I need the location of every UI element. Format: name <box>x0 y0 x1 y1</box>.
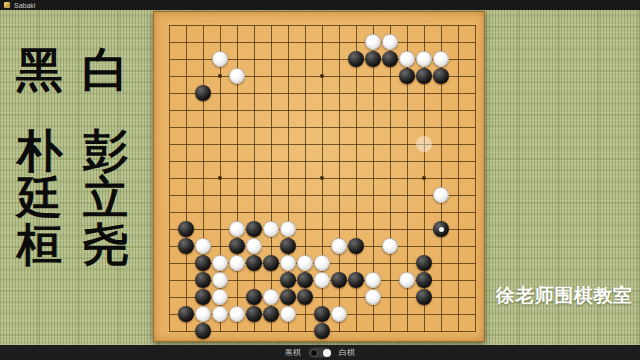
black-stone[interactable] <box>280 289 296 305</box>
black-stone[interactable] <box>246 289 262 305</box>
white-name-char-3: 尧 <box>83 221 128 268</box>
black-stone[interactable] <box>178 221 194 237</box>
black-stone[interactable] <box>416 68 432 84</box>
black-stone[interactable] <box>433 68 449 84</box>
star-point <box>320 74 324 78</box>
star-point <box>320 176 324 180</box>
white-stone[interactable] <box>229 221 245 237</box>
white-stone[interactable] <box>365 272 381 288</box>
black-stone[interactable] <box>229 238 245 254</box>
black-stone[interactable] <box>297 272 313 288</box>
white-stone[interactable] <box>229 255 245 271</box>
black-stone[interactable] <box>297 289 313 305</box>
black-stone[interactable] <box>348 272 364 288</box>
white-stone[interactable] <box>399 51 415 67</box>
black-stone[interactable] <box>348 51 364 67</box>
black-stone[interactable] <box>314 306 330 322</box>
black-stone[interactable] <box>246 306 262 322</box>
white-label: 白 <box>82 46 129 93</box>
white-stone[interactable] <box>212 289 228 305</box>
black-stone[interactable] <box>195 289 211 305</box>
black-stone[interactable] <box>416 272 432 288</box>
white-stone[interactable] <box>365 289 381 305</box>
white-stone[interactable] <box>246 238 262 254</box>
black-stone[interactable] <box>348 238 364 254</box>
white-stone[interactable] <box>212 51 228 67</box>
white-stone[interactable] <box>331 306 347 322</box>
stone-layer[interactable] <box>161 17 484 340</box>
white-name-char-2: 立 <box>83 174 128 221</box>
white-stone[interactable] <box>297 255 313 271</box>
black-stone[interactable] <box>331 272 347 288</box>
black-stone[interactable] <box>195 85 211 101</box>
white-stone[interactable] <box>212 255 228 271</box>
window-title: Sabaki <box>14 2 35 9</box>
white-stone[interactable] <box>280 255 296 271</box>
white-stone[interactable] <box>195 306 211 322</box>
white-name-char-1: 彭 <box>83 127 128 174</box>
black-stone[interactable] <box>195 323 211 339</box>
white-stone[interactable] <box>365 34 381 50</box>
black-player-bar-label: 黑棋 <box>285 349 301 357</box>
white-stone[interactable] <box>433 51 449 67</box>
black-stone[interactable] <box>246 255 262 271</box>
black-player-column: 黑 朴 廷 桓 <box>16 46 63 268</box>
black-stone[interactable] <box>416 255 432 271</box>
white-stone[interactable] <box>382 238 398 254</box>
black-stone[interactable] <box>280 238 296 254</box>
black-stone[interactable] <box>399 68 415 84</box>
black-stone[interactable] <box>195 255 211 271</box>
star-point <box>218 176 222 180</box>
black-stone[interactable] <box>416 289 432 305</box>
title-bar: Sabaki <box>0 0 640 10</box>
black-stone[interactable] <box>178 238 194 254</box>
white-stone[interactable] <box>433 187 449 203</box>
black-name-char-1: 朴 <box>17 127 62 174</box>
white-stone[interactable] <box>212 272 228 288</box>
sabaki-app-icon <box>4 2 10 8</box>
black-stone[interactable] <box>280 272 296 288</box>
classroom-caption: 徐老师围棋教室 <box>492 283 636 309</box>
white-stone[interactable] <box>229 306 245 322</box>
black-stone[interactable] <box>263 306 279 322</box>
white-stone[interactable] <box>382 34 398 50</box>
star-point <box>218 74 222 78</box>
turn-toggle[interactable] <box>308 347 332 358</box>
white-stone[interactable] <box>416 51 432 67</box>
black-stone[interactable] <box>382 51 398 67</box>
white-stone[interactable] <box>263 221 279 237</box>
white-stone[interactable] <box>229 68 245 84</box>
ghost-stone[interactable] <box>416 136 432 152</box>
white-player-bar-label: 白棋 <box>339 349 355 357</box>
black-stone[interactable] <box>178 306 194 322</box>
last-move-marker <box>439 227 444 232</box>
white-stone[interactable] <box>314 272 330 288</box>
white-stone[interactable] <box>195 238 211 254</box>
white-stone[interactable] <box>331 238 347 254</box>
white-stone[interactable] <box>212 306 228 322</box>
black-label: 黑 <box>16 46 63 93</box>
star-point <box>422 176 426 180</box>
black-stone[interactable] <box>263 255 279 271</box>
white-stone-icon <box>323 349 331 357</box>
black-stone[interactable] <box>365 51 381 67</box>
white-player-column: 白 彭 立 尧 <box>82 46 129 268</box>
black-name-char-3: 桓 <box>17 221 62 268</box>
go-board[interactable] <box>153 11 485 342</box>
black-name-char-2: 廷 <box>17 174 62 221</box>
white-stone[interactable] <box>399 272 415 288</box>
black-stone-icon <box>310 349 318 357</box>
black-stone[interactable] <box>195 272 211 288</box>
white-stone[interactable] <box>314 255 330 271</box>
white-stone[interactable] <box>263 289 279 305</box>
bottom-bar: 黑棋 白棋 <box>0 345 640 360</box>
black-stone[interactable] <box>433 221 449 237</box>
black-stone[interactable] <box>314 323 330 339</box>
white-stone[interactable] <box>280 306 296 322</box>
white-stone[interactable] <box>280 221 296 237</box>
black-stone[interactable] <box>246 221 262 237</box>
